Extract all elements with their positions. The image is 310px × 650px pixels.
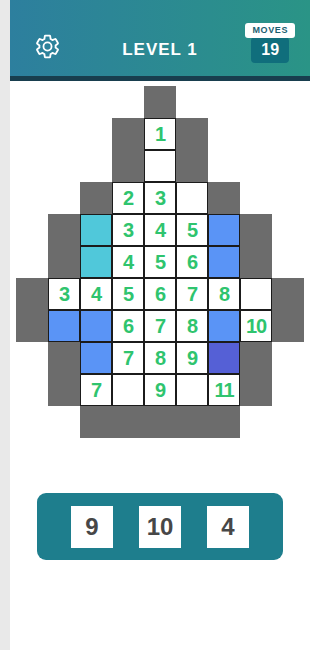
number-cell[interactable]: 3 <box>112 214 144 246</box>
darkblue-highlight-cell[interactable] <box>208 342 240 374</box>
blocked-cell <box>112 150 144 182</box>
number-cell[interactable]: 7 <box>144 310 176 342</box>
number-cell[interactable]: 8 <box>176 310 208 342</box>
number-cell[interactable]: 7 <box>112 342 144 374</box>
blocked-cell <box>208 182 240 214</box>
blue-highlight-cell[interactable] <box>208 310 240 342</box>
tray-number[interactable]: 10 <box>139 506 181 548</box>
blocked-cell <box>272 278 304 310</box>
number-cell[interactable]: 4 <box>80 278 112 310</box>
blocked-cell <box>240 374 272 406</box>
blocked-cell <box>240 342 272 374</box>
tray: 9104 <box>37 493 283 560</box>
number-cell[interactable]: 2 <box>112 182 144 214</box>
empty-cell[interactable] <box>144 150 176 182</box>
number-cell[interactable]: 6 <box>112 310 144 342</box>
cyan-highlight-cell[interactable] <box>80 246 112 278</box>
blocked-cell <box>48 214 80 246</box>
blocked-cell <box>48 374 80 406</box>
blocked-cell <box>80 182 112 214</box>
number-cell[interactable]: 9 <box>144 374 176 406</box>
blocked-cell <box>16 310 48 342</box>
blocked-cell <box>176 150 208 182</box>
number-cell[interactable]: 8 <box>208 278 240 310</box>
blocked-cell <box>112 406 144 438</box>
tray-number[interactable]: 9 <box>71 506 113 548</box>
empty-cell[interactable] <box>176 182 208 214</box>
blocked-cell <box>48 246 80 278</box>
number-cell[interactable]: 8 <box>144 342 176 374</box>
number-cell[interactable]: 3 <box>48 278 80 310</box>
empty-cell[interactable] <box>176 374 208 406</box>
number-cell[interactable]: 7 <box>176 278 208 310</box>
blue-highlight-cell[interactable] <box>48 310 80 342</box>
number-cell[interactable]: 5 <box>176 214 208 246</box>
number-cell[interactable]: 6 <box>176 246 208 278</box>
number-cell[interactable]: 11 <box>208 374 240 406</box>
blocked-cell <box>176 406 208 438</box>
blocked-cell <box>272 310 304 342</box>
empty-cell[interactable] <box>240 278 272 310</box>
app-screen: LEVEL 1 MOVES 19 12334545634567867810789… <box>10 0 310 650</box>
blue-highlight-cell[interactable] <box>80 310 112 342</box>
blue-highlight-cell[interactable] <box>80 342 112 374</box>
number-cell[interactable]: 1 <box>144 118 176 150</box>
blocked-cell <box>48 342 80 374</box>
blocked-cell <box>144 406 176 438</box>
moves-label: MOVES <box>245 23 295 38</box>
moves-count: 19 <box>251 37 289 63</box>
number-cell[interactable]: 5 <box>112 278 144 310</box>
blue-highlight-cell[interactable] <box>208 246 240 278</box>
blocked-cell <box>16 278 48 310</box>
tray-number[interactable]: 4 <box>207 506 249 548</box>
header-bar: LEVEL 1 MOVES 19 <box>10 0 310 81</box>
blocked-cell <box>240 246 272 278</box>
number-cell[interactable]: 4 <box>112 246 144 278</box>
number-cell[interactable]: 6 <box>144 278 176 310</box>
blocked-cell <box>240 214 272 246</box>
blocked-cell <box>80 406 112 438</box>
number-cell[interactable]: 7 <box>80 374 112 406</box>
moves-badge: MOVES 19 <box>245 23 295 63</box>
number-cell[interactable]: 5 <box>144 246 176 278</box>
blue-highlight-cell[interactable] <box>208 214 240 246</box>
number-cell[interactable]: 3 <box>144 182 176 214</box>
cyan-highlight-cell[interactable] <box>80 214 112 246</box>
board-grid: 123345456345678678107897911 <box>16 86 304 438</box>
number-cell[interactable]: 9 <box>176 342 208 374</box>
blocked-cell <box>208 406 240 438</box>
blocked-cell <box>144 86 176 118</box>
blocked-cell <box>176 118 208 150</box>
empty-cell[interactable] <box>112 374 144 406</box>
number-cell[interactable]: 4 <box>144 214 176 246</box>
number-cell[interactable]: 10 <box>240 310 272 342</box>
blocked-cell <box>112 118 144 150</box>
